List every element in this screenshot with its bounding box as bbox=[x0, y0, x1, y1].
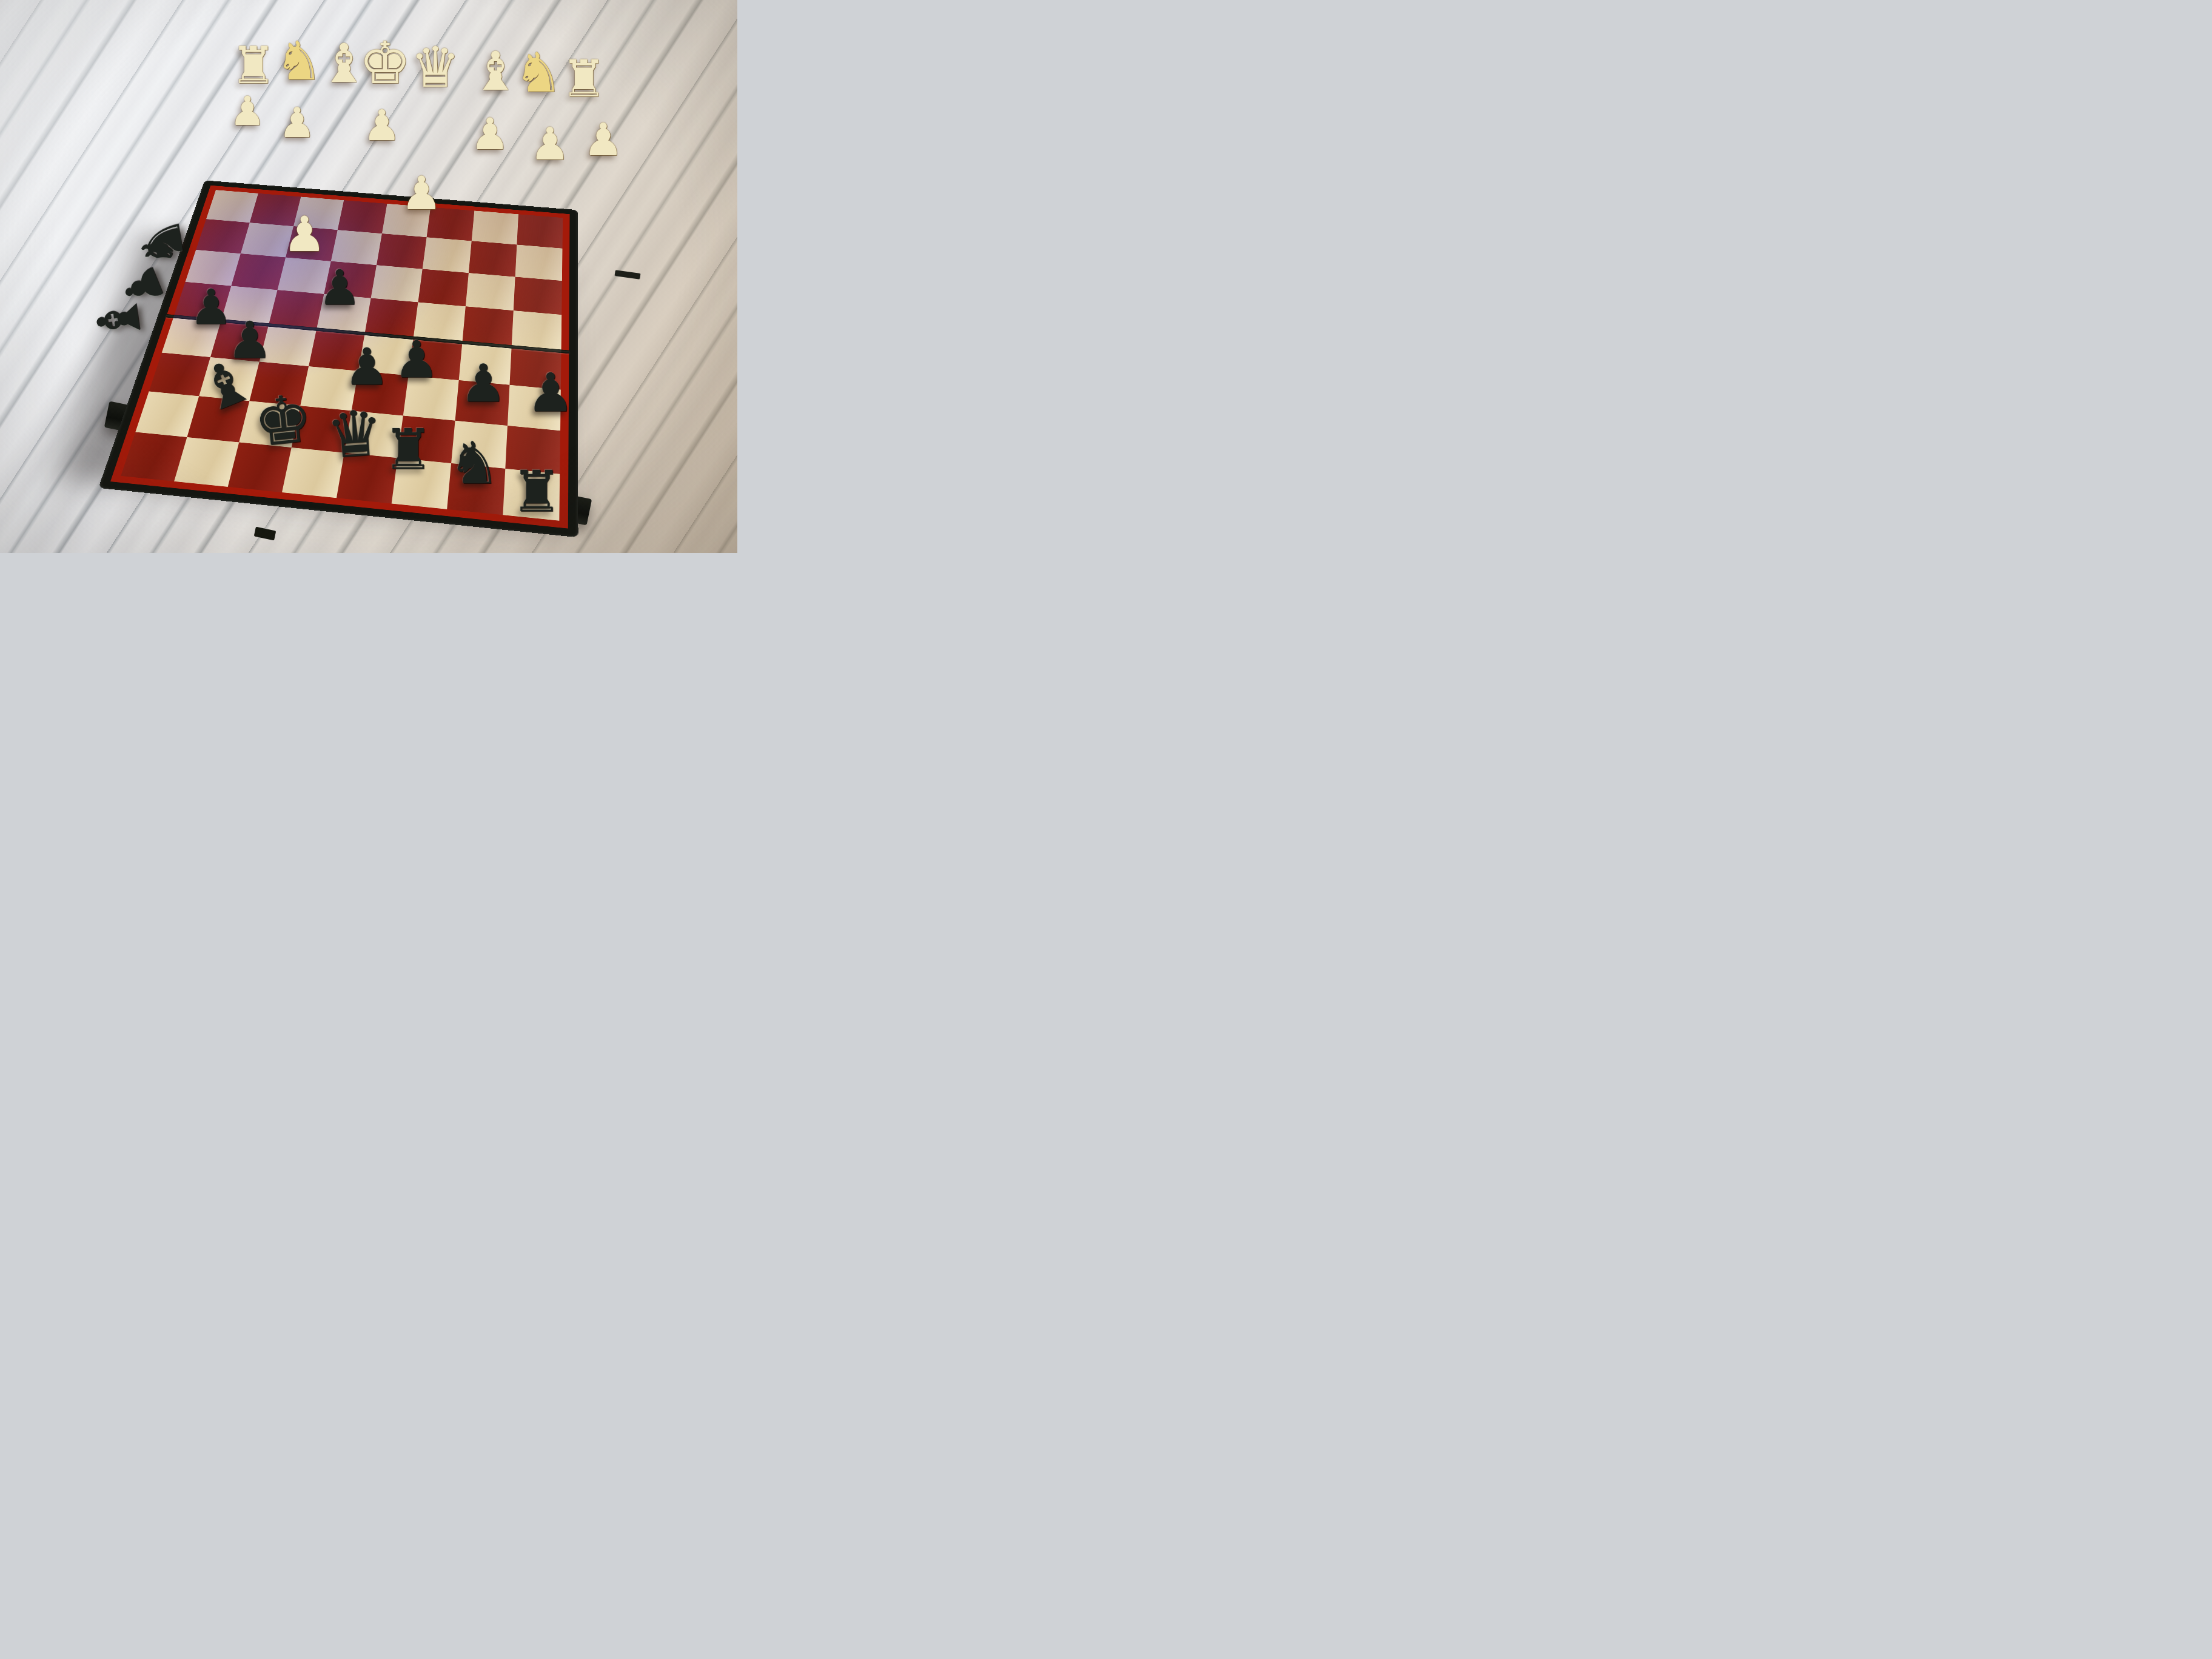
white-pawn-d3[interactable]: ♟ bbox=[401, 170, 442, 216]
white-pawn-c2[interactable]: ♟ bbox=[471, 112, 510, 156]
black-queen-e8[interactable]: ♛ bbox=[324, 401, 385, 468]
black-pawn-g6[interactable]: ♟ bbox=[189, 283, 233, 332]
white-knight-b1[interactable]: ♞ bbox=[514, 45, 563, 100]
white-pawn-g2[interactable]: ♟ bbox=[279, 102, 316, 144]
black-pawn-c7[interactable]: ♟ bbox=[460, 357, 506, 409]
black-pawn-b7[interactable]: ♟ bbox=[527, 366, 575, 420]
black-rook-b8[interactable]: ♜ bbox=[511, 463, 562, 520]
black-bishop-h7-fallen[interactable]: ♝ bbox=[87, 290, 151, 349]
white-rook-h1[interactable]: ♜ bbox=[230, 40, 276, 91]
white-pawn-a2[interactable]: ♟ bbox=[583, 117, 623, 162]
photo-scene: ♜♞♝♚♛♝♞♜♟♟♟♟♟♟♟♟♞♟♝♟♟♝♟♟♟♟♟♚♛♜♞♜ bbox=[0, 0, 737, 553]
white-rook-a1[interactable]: ♜ bbox=[561, 53, 606, 104]
white-bishop-c1[interactable]: ♝ bbox=[472, 45, 520, 98]
white-pawn-f4[interactable]: ♟ bbox=[283, 210, 326, 259]
black-pawn-e7[interactable]: ♟ bbox=[344, 341, 389, 392]
white-pawn-e2[interactable]: ♟ bbox=[363, 104, 401, 147]
black-rook-d8[interactable]: ♜ bbox=[383, 422, 433, 478]
black-pawn-e6[interactable]: ♟ bbox=[318, 264, 361, 312]
black-knight-c8[interactable]: ♞ bbox=[448, 434, 500, 492]
white-queen-d1[interactable]: ♛ bbox=[411, 40, 460, 96]
white-king-e1[interactable]: ♚ bbox=[359, 34, 411, 92]
black-pawn-d7[interactable]: ♟ bbox=[394, 334, 439, 385]
white-knight-g1[interactable]: ♞ bbox=[275, 35, 323, 88]
white-pawn-b2[interactable]: ♟ bbox=[530, 121, 570, 166]
black-king-f8[interactable]: ♚ bbox=[250, 385, 316, 457]
white-pawn-h2[interactable]: ♟ bbox=[229, 92, 265, 132]
